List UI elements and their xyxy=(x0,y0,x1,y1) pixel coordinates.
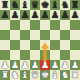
square-b4[interactable] xyxy=(10,40,20,50)
square-e4[interactable] xyxy=(40,40,50,50)
white-knight[interactable]: ♞ xyxy=(60,70,70,80)
black-pawn[interactable]: ♟ xyxy=(20,10,30,20)
square-f4[interactable] xyxy=(50,40,60,50)
square-e1[interactable]: ♚ xyxy=(40,70,50,80)
black-pawn[interactable]: ♟ xyxy=(50,10,60,20)
white-king[interactable]: ♚ xyxy=(40,70,50,80)
black-pawn[interactable]: ♟ xyxy=(60,10,70,20)
square-a5[interactable] xyxy=(0,30,10,40)
black-pawn[interactable]: ♟ xyxy=(40,10,50,20)
square-f1[interactable]: ♝ xyxy=(50,70,60,80)
square-b1[interactable]: ♞ xyxy=(10,70,20,80)
square-c4[interactable] xyxy=(20,40,30,50)
square-c1[interactable]: ♝ xyxy=(20,70,30,80)
black-pawn[interactable]: ♟ xyxy=(30,10,40,20)
white-rook[interactable]: ♜ xyxy=(70,70,80,80)
square-c5[interactable] xyxy=(20,30,30,40)
square-b6[interactable] xyxy=(10,20,20,30)
square-a6[interactable] xyxy=(0,20,10,30)
square-f7[interactable]: ♟ xyxy=(50,10,60,20)
white-bishop[interactable]: ♝ xyxy=(50,70,60,80)
square-a1[interactable]: ♜ xyxy=(0,70,10,80)
square-e6[interactable] xyxy=(40,20,50,30)
square-d6[interactable] xyxy=(30,20,40,30)
square-e7[interactable]: ♟ xyxy=(40,10,50,20)
square-g6[interactable] xyxy=(60,20,70,30)
square-d5[interactable] xyxy=(30,30,40,40)
square-a4[interactable] xyxy=(0,40,10,50)
square-a7[interactable]: ♟ xyxy=(0,10,10,20)
black-pawn[interactable]: ♟ xyxy=(70,10,80,20)
square-d4[interactable] xyxy=(30,40,40,50)
square-d1[interactable]: ♛ xyxy=(30,70,40,80)
square-h5[interactable] xyxy=(70,30,80,40)
square-g4[interactable] xyxy=(60,40,70,50)
square-g1[interactable]: ♞ xyxy=(60,70,70,80)
white-knight[interactable]: ♞ xyxy=(10,70,20,80)
square-b7[interactable]: ♟ xyxy=(10,10,20,20)
square-d7[interactable]: ♟ xyxy=(30,10,40,20)
square-c6[interactable] xyxy=(20,20,30,30)
chess-board[interactable]: ♜♞♝♛♚♝♞♜♟♟♟♟♟♟♟♟♟♟♟♟♟♟♟♟♜♞♝♛♚♝♞♜ xyxy=(0,0,80,80)
square-h4[interactable] xyxy=(70,40,80,50)
square-c7[interactable]: ♟ xyxy=(20,10,30,20)
white-rook[interactable]: ♜ xyxy=(0,70,10,80)
black-pawn[interactable]: ♟ xyxy=(10,10,20,20)
square-f6[interactable] xyxy=(50,20,60,30)
square-h1[interactable]: ♜ xyxy=(70,70,80,80)
square-e5[interactable] xyxy=(40,30,50,40)
square-g7[interactable]: ♟ xyxy=(60,10,70,20)
white-bishop[interactable]: ♝ xyxy=(20,70,30,80)
square-b5[interactable] xyxy=(10,30,20,40)
white-queen[interactable]: ♛ xyxy=(30,70,40,80)
square-h7[interactable]: ♟ xyxy=(70,10,80,20)
square-f5[interactable] xyxy=(50,30,60,40)
square-g5[interactable] xyxy=(60,30,70,40)
square-h6[interactable] xyxy=(70,20,80,30)
black-pawn[interactable]: ♟ xyxy=(0,10,10,20)
chess-app-window: ♜♞♝♛♚♝♞♜♟♟♟♟♟♟♟♟♟♟♟♟♟♟♟♟♜♞♝♛♚♝♞♜ xyxy=(0,0,80,80)
